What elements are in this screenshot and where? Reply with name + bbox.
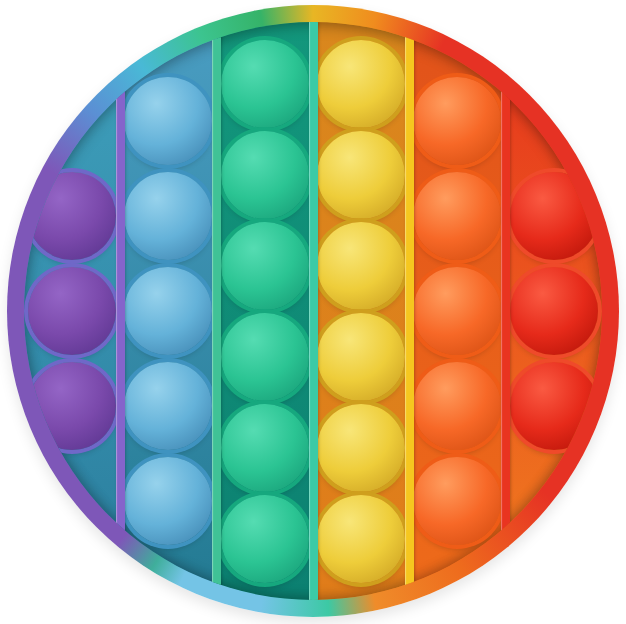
toy-face	[24, 22, 602, 600]
bubble-blue-1[interactable]	[124, 77, 212, 165]
bubble-yellow-4[interactable]	[317, 313, 405, 401]
ridge-orange-red	[501, 22, 510, 600]
bubble-green-1[interactable]	[221, 40, 309, 128]
bubble-yellow-3[interactable]	[317, 222, 405, 310]
ridge-blue-green	[212, 22, 221, 600]
bubble-purple-2[interactable]	[28, 267, 116, 355]
column-purple	[24, 22, 120, 600]
bubble-orange-5[interactable]	[413, 457, 501, 545]
column-orange	[409, 22, 505, 600]
column-blue	[120, 22, 216, 600]
column-green	[217, 22, 313, 600]
bubble-blue-3[interactable]	[124, 267, 212, 355]
bubble-purple-3[interactable]	[28, 362, 116, 450]
bubble-purple-1[interactable]	[28, 172, 116, 260]
bubble-red-2[interactable]	[510, 267, 598, 355]
bubble-green-5[interactable]	[221, 404, 309, 492]
bubble-green-6[interactable]	[221, 495, 309, 583]
column-yellow	[313, 22, 409, 600]
ridge-green-yellow	[309, 22, 318, 600]
bubble-red-3[interactable]	[510, 362, 598, 450]
photo-background	[0, 0, 626, 624]
bubble-yellow-5[interactable]	[317, 404, 405, 492]
bubble-blue-5[interactable]	[124, 457, 212, 545]
bubble-orange-1[interactable]	[413, 77, 501, 165]
bubble-orange-2[interactable]	[413, 172, 501, 260]
bubble-orange-4[interactable]	[413, 362, 501, 450]
bubble-green-4[interactable]	[221, 313, 309, 401]
bubble-green-2[interactable]	[221, 131, 309, 219]
toy-body	[7, 5, 619, 617]
bubble-yellow-6[interactable]	[317, 495, 405, 583]
column-red	[506, 22, 602, 600]
bubble-yellow-2[interactable]	[317, 131, 405, 219]
bubble-orange-3[interactable]	[413, 267, 501, 355]
bubble-green-3[interactable]	[221, 222, 309, 310]
ridge-purple-blue	[116, 22, 125, 600]
bubble-yellow-1[interactable]	[317, 40, 405, 128]
bubble-red-1[interactable]	[510, 172, 598, 260]
bubble-blue-4[interactable]	[124, 362, 212, 450]
ridge-yellow-orange	[405, 22, 414, 600]
bubble-blue-2[interactable]	[124, 172, 212, 260]
